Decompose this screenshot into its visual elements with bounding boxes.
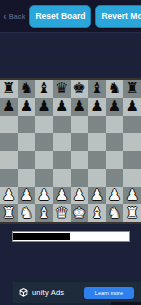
- square-a8[interactable]: ♜: [0, 80, 18, 98]
- piece-white-pawn[interactable]: ♟: [108, 188, 121, 203]
- chevron-left-icon: ‹: [3, 11, 7, 22]
- square-d3[interactable]: [53, 169, 71, 187]
- square-e6[interactable]: [71, 116, 89, 134]
- square-a5[interactable]: [0, 133, 18, 151]
- square-d4[interactable]: [53, 151, 71, 169]
- square-e4[interactable]: [71, 151, 89, 169]
- square-a4[interactable]: [0, 151, 18, 169]
- ad-learn-more-button[interactable]: Learn more: [84, 287, 134, 299]
- square-f4[interactable]: [88, 151, 106, 169]
- square-f8[interactable]: ♝: [88, 80, 106, 98]
- piece-white-pawn[interactable]: ♟: [37, 188, 50, 203]
- square-c5[interactable]: [35, 133, 53, 151]
- square-e1[interactable]: ♚: [71, 204, 89, 222]
- timer-bar: [12, 231, 130, 242]
- piece-black-bishop[interactable]: ♝: [37, 81, 50, 96]
- square-h5[interactable]: [123, 133, 141, 151]
- square-a6[interactable]: [0, 116, 18, 134]
- piece-white-knight[interactable]: ♞: [108, 206, 121, 221]
- piece-white-pawn[interactable]: ♟: [90, 188, 103, 203]
- piece-white-bishop[interactable]: ♝: [37, 206, 50, 221]
- square-h2[interactable]: ♟: [123, 187, 141, 205]
- piece-white-queen[interactable]: ♛: [55, 206, 68, 221]
- square-c6[interactable]: [35, 116, 53, 134]
- piece-black-pawn[interactable]: ♟: [2, 99, 15, 114]
- square-b2[interactable]: ♟: [18, 187, 36, 205]
- piece-black-rook[interactable]: ♜: [2, 81, 15, 96]
- square-f3[interactable]: [88, 169, 106, 187]
- square-b7[interactable]: ♟: [18, 98, 36, 116]
- piece-white-bishop[interactable]: ♝: [90, 206, 103, 221]
- square-f7[interactable]: ♟: [88, 98, 106, 116]
- square-e7[interactable]: ♟: [71, 98, 89, 116]
- square-g1[interactable]: ♞: [106, 204, 124, 222]
- piece-white-knight[interactable]: ♞: [20, 206, 33, 221]
- piece-black-pawn[interactable]: ♟: [20, 99, 33, 114]
- square-f1[interactable]: ♝: [88, 204, 106, 222]
- piece-black-pawn[interactable]: ♟: [125, 99, 138, 114]
- piece-black-pawn[interactable]: ♟: [55, 99, 68, 114]
- piece-white-rook[interactable]: ♜: [125, 206, 138, 221]
- unity-logo-icon: [18, 287, 29, 298]
- square-b5[interactable]: [18, 133, 36, 151]
- piece-black-knight[interactable]: ♞: [20, 81, 33, 96]
- square-h3[interactable]: [123, 169, 141, 187]
- square-a1[interactable]: ♜: [0, 204, 18, 222]
- square-h7[interactable]: ♟: [123, 98, 141, 116]
- square-c2[interactable]: ♟: [35, 187, 53, 205]
- piece-black-queen[interactable]: ♛: [55, 81, 68, 96]
- square-a2[interactable]: ♟: [0, 187, 18, 205]
- square-e5[interactable]: [71, 133, 89, 151]
- square-d1[interactable]: ♛: [53, 204, 71, 222]
- board-bottom-edge: [0, 222, 141, 224]
- square-b3[interactable]: [18, 169, 36, 187]
- square-d8[interactable]: ♛: [53, 80, 71, 98]
- square-h1[interactable]: ♜: [123, 204, 141, 222]
- square-g5[interactable]: [106, 133, 124, 151]
- square-d7[interactable]: ♟: [53, 98, 71, 116]
- square-h4[interactable]: [123, 151, 141, 169]
- piece-black-pawn[interactable]: ♟: [108, 99, 121, 114]
- square-b8[interactable]: ♞: [18, 80, 36, 98]
- piece-white-king[interactable]: ♚: [73, 206, 86, 221]
- piece-black-knight[interactable]: ♞: [108, 81, 121, 96]
- square-h8[interactable]: ♜: [123, 80, 141, 98]
- square-h6[interactable]: [123, 116, 141, 134]
- square-g4[interactable]: [106, 151, 124, 169]
- piece-white-rook[interactable]: ♜: [2, 206, 15, 221]
- chess-board[interactable]: ♜♞♝♛♚♝♞♜♟♟♟♟♟♟♟♟♟♟♟♟♟♟♟♟♜♞♝♛♚♝♞♜: [0, 80, 141, 222]
- square-d5[interactable]: [53, 133, 71, 151]
- piece-white-pawn[interactable]: ♟: [73, 188, 86, 203]
- square-f5[interactable]: [88, 133, 106, 151]
- ad-brand-label: unity Ads: [32, 288, 64, 297]
- square-b6[interactable]: [18, 116, 36, 134]
- square-a7[interactable]: ♟: [0, 98, 18, 116]
- square-c4[interactable]: [35, 151, 53, 169]
- piece-black-bishop[interactable]: ♝: [90, 81, 103, 96]
- square-c8[interactable]: ♝: [35, 80, 53, 98]
- square-a3[interactable]: [0, 169, 18, 187]
- timer-bar-fill: [13, 232, 71, 241]
- piece-black-pawn[interactable]: ♟: [37, 99, 50, 114]
- square-c7[interactable]: ♟: [35, 98, 53, 116]
- square-b1[interactable]: ♞: [18, 204, 36, 222]
- piece-black-king[interactable]: ♚: [73, 81, 86, 96]
- square-g7[interactable]: ♟: [106, 98, 124, 116]
- square-f6[interactable]: [88, 116, 106, 134]
- square-c1[interactable]: ♝: [35, 204, 53, 222]
- ad-banner[interactable]: unity Ads Learn more: [13, 282, 141, 303]
- square-e8[interactable]: ♚: [71, 80, 89, 98]
- top-bar: ‹ Back Reset Board Revert Move: [0, 0, 141, 33]
- reset-board-button[interactable]: Reset Board: [29, 5, 91, 28]
- square-d6[interactable]: [53, 116, 71, 134]
- revert-move-button[interactable]: Revert Move: [95, 5, 141, 28]
- square-e2[interactable]: ♟: [71, 187, 89, 205]
- piece-white-pawn[interactable]: ♟: [125, 188, 138, 203]
- square-g8[interactable]: ♞: [106, 80, 124, 98]
- piece-black-rook[interactable]: ♜: [125, 81, 138, 96]
- square-f2[interactable]: ♟: [88, 187, 106, 205]
- square-g6[interactable]: [106, 116, 124, 134]
- piece-white-pawn[interactable]: ♟: [20, 188, 33, 203]
- piece-white-pawn[interactable]: ♟: [2, 188, 15, 203]
- piece-black-pawn[interactable]: ♟: [90, 99, 103, 114]
- square-e3[interactable]: [71, 169, 89, 187]
- square-d2[interactable]: ♟: [53, 187, 71, 205]
- piece-black-pawn[interactable]: ♟: [73, 99, 86, 114]
- back-button[interactable]: ‹ Back: [3, 11, 25, 22]
- square-g2[interactable]: ♟: [106, 187, 124, 205]
- piece-white-pawn[interactable]: ♟: [55, 188, 68, 203]
- square-g3[interactable]: [106, 169, 124, 187]
- square-c3[interactable]: [35, 169, 53, 187]
- square-b4[interactable]: [18, 151, 36, 169]
- back-label: Back: [9, 13, 26, 20]
